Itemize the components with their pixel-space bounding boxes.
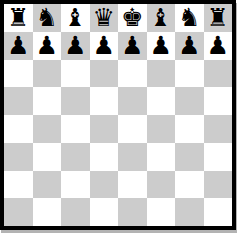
square-f7[interactable]: ♟ (147, 32, 176, 60)
square-b1[interactable] (33, 198, 62, 226)
square-g6[interactable] (175, 60, 204, 88)
square-c5[interactable] (61, 87, 90, 115)
square-d5[interactable] (90, 87, 119, 115)
black-pawn[interactable]: ♟ (207, 33, 229, 58)
square-c2[interactable] (61, 171, 90, 199)
square-d1[interactable] (90, 198, 119, 226)
square-e5[interactable] (118, 87, 147, 115)
square-f5[interactable] (147, 87, 176, 115)
square-c7[interactable]: ♟ (61, 32, 90, 60)
square-a5[interactable] (4, 87, 33, 115)
square-d2[interactable] (90, 171, 119, 199)
page-background: ♜♞♝♛♚♝♞♜♟♟♟♟♟♟♟♟ (0, 0, 238, 235)
square-c3[interactable] (61, 143, 90, 171)
square-e2[interactable] (118, 171, 147, 199)
square-e4[interactable] (118, 115, 147, 143)
square-f2[interactable] (147, 171, 176, 199)
square-d6[interactable] (90, 60, 119, 88)
square-g3[interactable] (175, 143, 204, 171)
square-h5[interactable] (204, 87, 233, 115)
square-b8[interactable]: ♞ (33, 4, 62, 32)
square-h2[interactable] (204, 171, 233, 199)
square-c8[interactable]: ♝ (61, 4, 90, 32)
square-c6[interactable] (61, 60, 90, 88)
black-rook[interactable]: ♜ (7, 5, 29, 30)
square-b5[interactable] (33, 87, 62, 115)
square-h6[interactable] (204, 60, 233, 88)
square-f3[interactable] (147, 143, 176, 171)
square-d7[interactable]: ♟ (90, 32, 119, 60)
square-h3[interactable] (204, 143, 233, 171)
square-f8[interactable]: ♝ (147, 4, 176, 32)
square-e8[interactable]: ♚ (118, 4, 147, 32)
black-pawn[interactable]: ♟ (178, 33, 200, 58)
square-g2[interactable] (175, 171, 204, 199)
black-pawn[interactable]: ♟ (121, 33, 143, 58)
square-c1[interactable] (61, 198, 90, 226)
square-a3[interactable] (4, 143, 33, 171)
square-a4[interactable] (4, 115, 33, 143)
chess-board: ♜♞♝♛♚♝♞♜♟♟♟♟♟♟♟♟ (0, 0, 236, 230)
black-pawn[interactable]: ♟ (93, 33, 115, 58)
black-pawn[interactable]: ♟ (150, 33, 172, 58)
square-h4[interactable] (204, 115, 233, 143)
square-a8[interactable]: ♜ (4, 4, 33, 32)
square-f4[interactable] (147, 115, 176, 143)
black-queen[interactable]: ♛ (93, 5, 115, 30)
square-e3[interactable] (118, 143, 147, 171)
square-b7[interactable]: ♟ (33, 32, 62, 60)
square-a7[interactable]: ♟ (4, 32, 33, 60)
square-e7[interactable]: ♟ (118, 32, 147, 60)
square-b4[interactable] (33, 115, 62, 143)
square-h8[interactable]: ♜ (204, 4, 233, 32)
square-e1[interactable] (118, 198, 147, 226)
square-a2[interactable] (4, 171, 33, 199)
square-b2[interactable] (33, 171, 62, 199)
black-rook[interactable]: ♜ (207, 5, 229, 30)
black-knight[interactable]: ♞ (36, 5, 58, 30)
square-c4[interactable] (61, 115, 90, 143)
black-pawn[interactable]: ♟ (7, 33, 29, 58)
square-b6[interactable] (33, 60, 62, 88)
square-g8[interactable]: ♞ (175, 4, 204, 32)
square-d4[interactable] (90, 115, 119, 143)
black-king[interactable]: ♚ (121, 5, 143, 30)
square-d8[interactable]: ♛ (90, 4, 119, 32)
square-a6[interactable] (4, 60, 33, 88)
black-pawn[interactable]: ♟ (36, 33, 58, 58)
square-h1[interactable] (204, 198, 233, 226)
square-h7[interactable]: ♟ (204, 32, 233, 60)
square-d3[interactable] (90, 143, 119, 171)
square-b3[interactable] (33, 143, 62, 171)
black-bishop[interactable]: ♝ (150, 5, 172, 30)
black-knight[interactable]: ♞ (178, 5, 200, 30)
black-bishop[interactable]: ♝ (64, 5, 86, 30)
square-f1[interactable] (147, 198, 176, 226)
black-pawn[interactable]: ♟ (64, 33, 86, 58)
square-e6[interactable] (118, 60, 147, 88)
square-g5[interactable] (175, 87, 204, 115)
square-a1[interactable] (4, 198, 33, 226)
square-g4[interactable] (175, 115, 204, 143)
square-g1[interactable] (175, 198, 204, 226)
square-f6[interactable] (147, 60, 176, 88)
square-g7[interactable]: ♟ (175, 32, 204, 60)
